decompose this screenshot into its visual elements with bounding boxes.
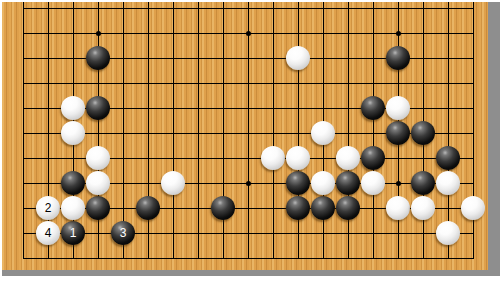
grid-vline bbox=[373, 2, 374, 259]
stone-black-dk bbox=[86, 46, 110, 70]
go-viewer-panel: 1324 bbox=[0, 0, 500, 285]
move-number-label: 3 bbox=[111, 221, 135, 245]
star-point bbox=[96, 31, 101, 36]
stone-white-rr bbox=[436, 221, 460, 245]
stone-black-dq bbox=[86, 196, 110, 220]
stone-white-mp bbox=[311, 171, 335, 195]
stone-black-pk bbox=[386, 46, 410, 70]
stone-white-do bbox=[86, 146, 110, 170]
grid-vline bbox=[148, 2, 149, 259]
stone-black-nq bbox=[336, 196, 360, 220]
stone-white-lk bbox=[286, 46, 310, 70]
stone-black-qn bbox=[411, 121, 435, 145]
stone-black-pn bbox=[386, 121, 410, 145]
stone-white-cq bbox=[61, 196, 85, 220]
star-point bbox=[246, 31, 251, 36]
panel-shadow-right bbox=[488, 2, 500, 276]
stone-white-ko bbox=[261, 146, 285, 170]
stone-black-lp bbox=[286, 171, 310, 195]
stone-white-pq bbox=[386, 196, 410, 220]
grid-hline bbox=[23, 233, 474, 234]
grid-hline bbox=[23, 258, 474, 259]
stone-black-mq bbox=[311, 196, 335, 220]
grid-vline bbox=[23, 2, 24, 259]
stone-black-cr: 1 bbox=[61, 221, 85, 245]
stone-black-oo bbox=[361, 146, 385, 170]
stone-black-ro bbox=[436, 146, 460, 170]
stone-black-lq bbox=[286, 196, 310, 220]
stone-black-cp bbox=[61, 171, 85, 195]
stone-white-cn bbox=[61, 121, 85, 145]
grid-vline bbox=[473, 2, 474, 259]
star-point bbox=[396, 181, 401, 186]
stone-white-br: 4 bbox=[36, 221, 60, 245]
grid-vline bbox=[248, 2, 249, 259]
grid-vline bbox=[198, 2, 199, 259]
grid-hline bbox=[23, 83, 474, 84]
grid-vline bbox=[273, 2, 274, 259]
grid-vline bbox=[298, 2, 299, 259]
stone-white-no bbox=[336, 146, 360, 170]
stone-white-pm bbox=[386, 96, 410, 120]
stone-white-bq: 2 bbox=[36, 196, 60, 220]
move-number-label: 1 bbox=[61, 221, 85, 245]
stone-black-np bbox=[336, 171, 360, 195]
stone-white-gp bbox=[161, 171, 185, 195]
grid-vline bbox=[348, 2, 349, 259]
stone-black-qp bbox=[411, 171, 435, 195]
stone-white-lo bbox=[286, 146, 310, 170]
stone-white-cm bbox=[61, 96, 85, 120]
stone-white-sq bbox=[461, 196, 485, 220]
stone-black-dm bbox=[86, 96, 110, 120]
stone-white-mn bbox=[311, 121, 335, 145]
stone-white-rp bbox=[436, 171, 460, 195]
stone-white-dp bbox=[86, 171, 110, 195]
go-board[interactable]: 1324 bbox=[2, 2, 488, 270]
stone-black-fq bbox=[136, 196, 160, 220]
grid-vline bbox=[98, 2, 99, 259]
stone-black-er: 3 bbox=[111, 221, 135, 245]
stone-white-qq bbox=[411, 196, 435, 220]
stone-black-om bbox=[361, 96, 385, 120]
stone-black-iq bbox=[211, 196, 235, 220]
panel-shadow-bottom bbox=[2, 270, 500, 276]
grid-vline bbox=[223, 2, 224, 259]
grid-vline bbox=[173, 2, 174, 259]
move-number-label: 2 bbox=[36, 196, 60, 220]
move-number-label: 4 bbox=[36, 221, 60, 245]
star-point bbox=[246, 181, 251, 186]
stone-white-op bbox=[361, 171, 385, 195]
grid-hline bbox=[23, 8, 474, 9]
star-point bbox=[396, 31, 401, 36]
